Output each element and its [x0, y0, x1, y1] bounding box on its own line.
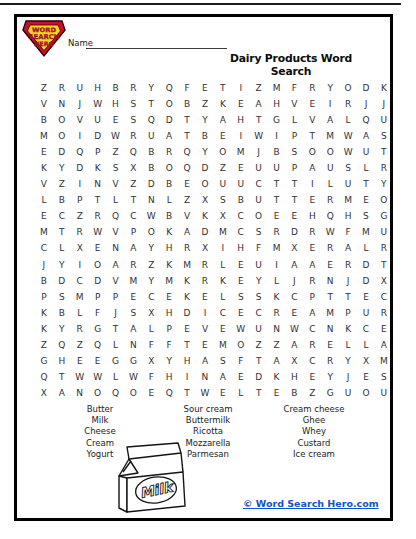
- grid-cell: R: [53, 80, 71, 96]
- grid-cell: M: [160, 273, 178, 289]
- grid-cell: P: [35, 289, 53, 305]
- grid-cell: F: [89, 305, 107, 321]
- grid-cell: T: [357, 177, 375, 193]
- grid-cell: K: [89, 160, 107, 176]
- grid-cell: A: [178, 225, 196, 241]
- grid-cell: M: [232, 144, 250, 160]
- word-list-column-3: Cream cheeseGheeWheyCustardIce cream: [269, 404, 359, 460]
- grid-cell: E: [303, 370, 321, 386]
- grid-cell: E: [196, 338, 214, 354]
- grid-cell: L: [357, 338, 375, 354]
- grid-cell: N: [268, 321, 286, 337]
- grid-cell: Q: [321, 209, 339, 225]
- grid-cell: C: [232, 209, 250, 225]
- grid-cell: M: [214, 338, 232, 354]
- grid-cell: B: [142, 160, 160, 176]
- grid-cell: R: [321, 193, 339, 209]
- grid-cell: W: [71, 370, 89, 386]
- grid-cell: Y: [375, 177, 393, 193]
- grid-cell: E: [214, 128, 232, 144]
- grid-cell: E: [232, 305, 250, 321]
- grid-cell: L: [214, 289, 232, 305]
- grid-cell: R: [89, 209, 107, 225]
- grid-cell: J: [339, 370, 357, 386]
- grid-cell: T: [250, 112, 268, 128]
- grid-cell: Z: [268, 338, 286, 354]
- grid-cell: I: [178, 370, 196, 386]
- grid-cell: C: [303, 354, 321, 370]
- grid-cell: R: [321, 354, 339, 370]
- grid-cell: A: [214, 370, 232, 386]
- grid-cell: Y: [160, 354, 178, 370]
- grid-cell: K: [339, 321, 357, 337]
- grid-cell: S: [285, 144, 303, 160]
- grid-cell: D: [142, 177, 160, 193]
- grid-cell: U: [214, 177, 232, 193]
- grid-cell: D: [53, 144, 71, 160]
- grid-cell: M: [124, 273, 142, 289]
- grid-cell: C: [214, 305, 232, 321]
- grid-cell: I: [321, 96, 339, 112]
- grid-cell: C: [375, 289, 393, 305]
- grid-cell: Y: [196, 112, 214, 128]
- grid-cell: D: [196, 160, 214, 176]
- grid-cell: P: [285, 128, 303, 144]
- grid-cell: T: [375, 257, 393, 273]
- grid-cell: E: [124, 289, 142, 305]
- grid-cell: O: [357, 386, 375, 402]
- grid-cell: X: [35, 386, 53, 402]
- grid-cell: W: [250, 128, 268, 144]
- grid-cell: P: [339, 305, 357, 321]
- milk-carton-illustration: Milk: [108, 438, 198, 528]
- grid-cell: T: [375, 144, 393, 160]
- grid-cell: O: [339, 80, 357, 96]
- grid-cell: D: [178, 305, 196, 321]
- grid-cell: S: [124, 112, 142, 128]
- grid-cell: I: [196, 305, 214, 321]
- grid-cell: E: [160, 289, 178, 305]
- grid-cell: V: [285, 96, 303, 112]
- grid-cell: T: [124, 193, 142, 209]
- grid-cell: X: [142, 354, 160, 370]
- grid-cell: G: [107, 354, 125, 370]
- grid-cell: P: [285, 160, 303, 176]
- grid-cell: A: [321, 112, 339, 128]
- grid-cell: F: [250, 241, 268, 257]
- grid-cell: M: [214, 225, 232, 241]
- grid-cell: S: [357, 209, 375, 225]
- grid-cell: X: [196, 193, 214, 209]
- grid-cell: N: [321, 321, 339, 337]
- grid-cell: Q: [53, 338, 71, 354]
- grid-cell: W: [321, 225, 339, 241]
- grid-cell: T: [178, 338, 196, 354]
- grid-cell: H: [232, 241, 250, 257]
- carton-roof-panel: [127, 443, 181, 459]
- grid-cell: E: [35, 144, 53, 160]
- grid-cell: K: [178, 273, 196, 289]
- grid-cell: A: [303, 305, 321, 321]
- grid-cell: P: [107, 289, 125, 305]
- word-list-item: Whey: [269, 426, 359, 437]
- grid-cell: F: [142, 338, 160, 354]
- grid-cell: N: [321, 273, 339, 289]
- logo-text-word: WORD: [32, 26, 56, 33]
- grid-cell: C: [71, 273, 89, 289]
- grid-cell: U: [232, 177, 250, 193]
- grid-cell: B: [35, 112, 53, 128]
- grid-cell: W: [89, 370, 107, 386]
- grid-cell: F: [160, 338, 178, 354]
- grid-cell: E: [178, 321, 196, 337]
- grid-cell: Z: [107, 144, 125, 160]
- grid-cell: E: [303, 241, 321, 257]
- grid-cell: T: [178, 386, 196, 402]
- grid-cell: J: [357, 96, 375, 112]
- grid-cell: A: [339, 241, 357, 257]
- grid-cell: B: [196, 128, 214, 144]
- grid-cell: H: [232, 112, 250, 128]
- grid-cell: E: [285, 305, 303, 321]
- grid-cell: B: [53, 305, 71, 321]
- grid-cell: S: [53, 289, 71, 305]
- grid-cell: L: [53, 241, 71, 257]
- grid-cell: D: [357, 80, 375, 96]
- grid-cell: L: [339, 338, 357, 354]
- grid-cell: Y: [53, 321, 71, 337]
- grid-cell: T: [107, 321, 125, 337]
- word-list-item: Buttermilk: [163, 415, 253, 426]
- grid-cell: M: [35, 225, 53, 241]
- grid-cell: S: [250, 225, 268, 241]
- grid-cell: W: [232, 321, 250, 337]
- grid-cell: V: [71, 112, 89, 128]
- grid-cell: M: [375, 354, 393, 370]
- grid-cell: Y: [53, 160, 71, 176]
- grid-cell: R: [375, 160, 393, 176]
- grid-cell: B: [178, 96, 196, 112]
- grid-cell: H: [160, 370, 178, 386]
- grid-cell: D: [250, 370, 268, 386]
- grid-cell: E: [89, 354, 107, 370]
- grid-cell: W: [89, 96, 107, 112]
- grid-cell: R: [124, 80, 142, 96]
- grid-cell: F: [339, 225, 357, 241]
- grid-cell: C: [124, 209, 142, 225]
- grid-cell: S: [214, 193, 232, 209]
- grid-cell: R: [124, 128, 142, 144]
- grid-cell: V: [178, 209, 196, 225]
- grid-cell: Y: [142, 80, 160, 96]
- grid-cell: H: [178, 354, 196, 370]
- grid-cell: W: [196, 386, 214, 402]
- grid-cell: Y: [321, 80, 339, 96]
- grid-cell: E: [232, 160, 250, 176]
- grid-cell: U: [375, 225, 393, 241]
- grid-cell: S: [124, 305, 142, 321]
- grid-cell: X: [214, 209, 232, 225]
- grid-cell: H: [107, 96, 125, 112]
- carton-right-edge: [181, 453, 183, 472]
- grid-cell: G: [375, 209, 393, 225]
- grid-cell: H: [268, 96, 286, 112]
- grid-cell: P: [124, 225, 142, 241]
- grid-cell: L: [357, 241, 375, 257]
- grid-cell: E: [196, 289, 214, 305]
- word-list-item: Cheese: [55, 426, 145, 437]
- grid-cell: K: [35, 321, 53, 337]
- grid-cell: D: [285, 225, 303, 241]
- grid-cell: U: [250, 321, 268, 337]
- grid-cell: O: [196, 177, 214, 193]
- grid-cell: E: [357, 193, 375, 209]
- grid-cell: D: [357, 273, 375, 289]
- grid-cell: F: [178, 80, 196, 96]
- grid-cell: E: [178, 177, 196, 193]
- grid-cell: U: [339, 386, 357, 402]
- grid-cell: Q: [107, 209, 125, 225]
- word-search-hero-logo: WORD SEARCH HERO: [22, 17, 66, 59]
- grid-cell: M: [321, 305, 339, 321]
- grid-cell: B: [160, 209, 178, 225]
- grid-cell: C: [53, 209, 71, 225]
- grid-cell: V: [107, 177, 125, 193]
- grid-cell: J: [71, 96, 89, 112]
- grid-cell: Z: [214, 160, 232, 176]
- word-list-item: Ghee: [269, 415, 359, 426]
- grid-cell: A: [53, 386, 71, 402]
- grid-cell: E: [268, 209, 286, 225]
- grid-cell: Z: [303, 386, 321, 402]
- grid-cell: Q: [124, 144, 142, 160]
- grid-cell: Y: [53, 257, 71, 273]
- grid-cell: A: [268, 354, 286, 370]
- grid-cell: E: [357, 370, 375, 386]
- grid-cell: L: [268, 273, 286, 289]
- grid-cell: Q: [107, 386, 125, 402]
- grid-cell: G: [35, 354, 53, 370]
- grid-cell: P: [89, 289, 107, 305]
- grid-cell: J: [339, 273, 357, 289]
- grid-cell: C: [357, 321, 375, 337]
- grid-cell: X: [375, 273, 393, 289]
- grid-cell: Y: [142, 273, 160, 289]
- grid-cell: E: [232, 257, 250, 273]
- grid-cell: N: [71, 386, 89, 402]
- grid-cell: T: [53, 370, 71, 386]
- grid-cell: V: [107, 225, 125, 241]
- grid-cell: S: [232, 289, 250, 305]
- grid-cell: X: [285, 354, 303, 370]
- grid-cell: C: [35, 241, 53, 257]
- word-list-item: Milk: [55, 415, 145, 426]
- grid-cell: D: [160, 112, 178, 128]
- grid-cell: U: [357, 305, 375, 321]
- grid-cell: Z: [53, 177, 71, 193]
- grid-cell: R: [375, 241, 393, 257]
- grid-cell: S: [375, 128, 393, 144]
- grid-cell: M: [268, 241, 286, 257]
- grid-cell: R: [321, 241, 339, 257]
- grid-cell: X: [71, 241, 89, 257]
- page-title: Dairy Products Word Search: [210, 52, 372, 78]
- grid-cell: W: [89, 225, 107, 241]
- grid-cell: Q: [178, 160, 196, 176]
- grid-cell: F: [232, 354, 250, 370]
- grid-cell: C: [142, 289, 160, 305]
- grid-cell: M: [71, 289, 89, 305]
- grid-cell: E: [232, 96, 250, 112]
- grid-cell: N: [53, 96, 71, 112]
- grid-cell: O: [142, 225, 160, 241]
- grid-cell: R: [303, 273, 321, 289]
- grid-cell: L: [321, 177, 339, 193]
- grid-cell: D: [53, 273, 71, 289]
- grid-cell: M: [268, 80, 286, 96]
- grid-cell: X: [196, 241, 214, 257]
- grid-cell: E: [214, 386, 232, 402]
- grid-cell: N: [142, 193, 160, 209]
- grid-cell: A: [196, 354, 214, 370]
- grid-cell: Y: [196, 144, 214, 160]
- grid-cell: G: [268, 112, 286, 128]
- grid-cell: C: [232, 225, 250, 241]
- grid-cell: C: [303, 321, 321, 337]
- page-top-rule: [0, 3, 401, 5]
- grid-cell: J: [250, 144, 268, 160]
- grid-cell: Y: [142, 241, 160, 257]
- grid-cell: O: [232, 338, 250, 354]
- grid-cell: O: [160, 96, 178, 112]
- grid-cell: T: [142, 96, 160, 112]
- grid-cell: U: [375, 386, 393, 402]
- grid-cell: Z: [71, 338, 89, 354]
- grid-cell: T: [285, 177, 303, 193]
- grid-cell: A: [375, 338, 393, 354]
- grid-cell: R: [71, 321, 89, 337]
- grid-cell: K: [375, 80, 393, 96]
- grid-cell: S: [124, 96, 142, 112]
- grid-cell: R: [339, 257, 357, 273]
- grid-cell: E: [89, 241, 107, 257]
- word-search-hero-footer-link[interactable]: © Word Search Hero.com: [243, 498, 379, 509]
- grid-cell: U: [250, 193, 268, 209]
- grid-cell: T: [250, 354, 268, 370]
- grid-cell: X: [357, 354, 375, 370]
- grid-cell: Q: [160, 80, 178, 96]
- grid-cell: T: [303, 128, 321, 144]
- grid-cell: T: [268, 193, 286, 209]
- grid-cell: Q: [160, 386, 178, 402]
- grid-cell: X: [124, 160, 142, 176]
- grid-cell: Q: [71, 144, 89, 160]
- grid-cell: S: [250, 289, 268, 305]
- grid-cell: E: [214, 321, 232, 337]
- grid-cell: I: [71, 128, 89, 144]
- grid-cell: T: [178, 112, 196, 128]
- grid-cell: K: [214, 273, 232, 289]
- grid-cell: B: [285, 386, 303, 402]
- grid-cell: U: [339, 177, 357, 193]
- grid-cell: K: [196, 209, 214, 225]
- grid-cell: R: [268, 305, 286, 321]
- grid-cell: T: [268, 177, 286, 193]
- grid-cell: O: [250, 209, 268, 225]
- word-list-item: Butter: [55, 404, 145, 415]
- grid-cell: U: [268, 160, 286, 176]
- grid-cell: R: [375, 305, 393, 321]
- grid-cell: A: [214, 112, 232, 128]
- grid-cell: O: [321, 144, 339, 160]
- grid-cell: J: [107, 305, 125, 321]
- grid-cell: B: [268, 144, 286, 160]
- grid-cell: L: [357, 160, 375, 176]
- grid-cell: L: [107, 370, 125, 386]
- grid-cell: R: [196, 257, 214, 273]
- grid-cell: T: [53, 225, 71, 241]
- grid-cell: T: [250, 386, 268, 402]
- grid-cell: A: [303, 160, 321, 176]
- grid-cell: V: [35, 177, 53, 193]
- grid-cell: L: [71, 305, 89, 321]
- grid-cell: A: [357, 128, 375, 144]
- grid-cell: A: [107, 257, 125, 273]
- grid-cell: K: [160, 257, 178, 273]
- word-search-grid: ZRUHBRYQFETIZMFRYODKVNJWHSTOBZKEAHVEIRJJ…: [35, 80, 393, 402]
- word-list-item: Cream cheese: [269, 404, 359, 415]
- grid-cell: Z: [196, 96, 214, 112]
- grid-cell: D: [357, 257, 375, 273]
- grid-cell: D: [71, 160, 89, 176]
- grid-cell: I: [303, 177, 321, 193]
- grid-cell: K: [268, 289, 286, 305]
- grid-cell: L: [339, 112, 357, 128]
- grid-cell: C: [250, 305, 268, 321]
- grid-cell: E: [71, 354, 89, 370]
- grid-cell: D: [196, 225, 214, 241]
- grid-cell: Q: [142, 112, 160, 128]
- grid-cell: N: [107, 241, 125, 257]
- grid-cell: Z: [35, 80, 53, 96]
- grid-cell: T: [214, 80, 232, 96]
- grid-cell: U: [357, 144, 375, 160]
- grid-cell: Y: [339, 354, 357, 370]
- grid-cell: I: [268, 257, 286, 273]
- grid-cell: W: [107, 128, 125, 144]
- grid-cell: N: [89, 177, 107, 193]
- grid-cell: P: [160, 321, 178, 337]
- grid-cell: V: [107, 273, 125, 289]
- worksheet-page: WORD SEARCH HERO Name Dairy Products Wor…: [0, 0, 416, 539]
- grid-cell: A: [124, 241, 142, 257]
- grid-cell: C: [285, 289, 303, 305]
- grid-cell: B: [142, 144, 160, 160]
- grid-cell: L: [214, 257, 232, 273]
- grid-cell: E: [35, 209, 53, 225]
- grid-cell: H: [303, 209, 321, 225]
- word-list-item: Ice cream: [269, 449, 359, 460]
- grid-cell: L: [160, 193, 178, 209]
- grid-cell: Z: [178, 193, 196, 209]
- grid-cell: H: [89, 80, 107, 96]
- grid-cell: B: [53, 193, 71, 209]
- grid-cell: Y: [321, 370, 339, 386]
- grid-cell: U: [250, 257, 268, 273]
- grid-cell: F: [142, 370, 160, 386]
- grid-cell: H: [160, 305, 178, 321]
- grid-cell: Q: [357, 112, 375, 128]
